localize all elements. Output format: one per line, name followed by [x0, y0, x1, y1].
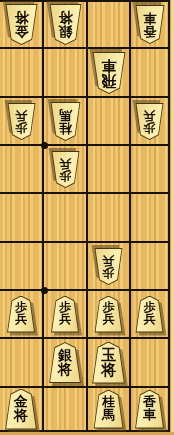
kanji-char: 車 — [143, 12, 156, 25]
board-right-margin — [170, 0, 174, 435]
cell-2d[interactable] — [88, 146, 129, 192]
piece-gote-pawn[interactable]: 歩兵 — [94, 248, 123, 285]
kanji-char: 将 — [101, 363, 116, 378]
kanji-char: 兵 — [144, 314, 156, 326]
piece-sente-gold[interactable]: 金将 — [5, 389, 38, 430]
cell-4e[interactable] — [0, 194, 42, 241]
kanji-char: 兵 — [103, 254, 115, 266]
kanji-char: 兵 — [15, 109, 27, 121]
cell-2c[interactable] — [88, 98, 129, 144]
cell-4d[interactable] — [0, 146, 42, 192]
piece-gote-pawn[interactable]: 歩兵 — [7, 103, 36, 140]
piece-gote-gold[interactable]: 金将 — [5, 4, 38, 45]
cell-4f[interactable] — [0, 243, 42, 289]
kanji-char: 馬 — [59, 108, 72, 121]
piece-gote-lance[interactable]: 香車 — [135, 5, 165, 44]
cell-1b[interactable] — [131, 49, 168, 96]
kanji-char: 将 — [14, 11, 28, 25]
piece-sente-pawn[interactable]: 歩兵 — [135, 296, 164, 333]
kanji-char: 銀 — [58, 25, 72, 39]
cell-3f[interactable] — [44, 243, 86, 289]
piece-gote-pawn[interactable]: 歩兵 — [135, 103, 164, 140]
kanji-char: 金 — [14, 25, 28, 39]
kanji-char: 将 — [58, 363, 72, 377]
cell-2e[interactable] — [88, 194, 129, 241]
cell-1e[interactable] — [131, 194, 168, 241]
cell-3i[interactable] — [44, 388, 86, 430]
kanji-char: 兵 — [59, 157, 71, 169]
piece-sente-pawn[interactable]: 歩兵 — [94, 296, 123, 333]
shogi-app: 金将銀将香車飛車歩兵桂馬歩兵歩兵歩兵歩兵歩兵歩兵歩兵銀将玉将金将桂馬香車 — [0, 0, 174, 435]
piece-kanji: 桂馬 — [94, 391, 123, 428]
cell-4b[interactable] — [0, 49, 42, 96]
piece-sente-lance[interactable]: 香車 — [135, 390, 165, 429]
kanji-char: 兵 — [15, 314, 27, 326]
shogi-board: 金将銀将香車飛車歩兵桂馬歩兵歩兵歩兵歩兵歩兵歩兵歩兵銀将玉将金将桂馬香車 — [0, 0, 174, 435]
piece-gote-knight[interactable]: 桂馬 — [50, 102, 81, 141]
piece-gote-pawn[interactable]: 歩兵 — [51, 151, 80, 188]
piece-gote-rook[interactable]: 飛車 — [92, 52, 126, 94]
kanji-char: 兵 — [103, 314, 115, 326]
piece-kanji: 玉将 — [93, 343, 125, 383]
cell-1d[interactable] — [131, 146, 168, 192]
cell-1f[interactable] — [131, 243, 168, 289]
piece-sente-king[interactable]: 玉将 — [92, 342, 126, 384]
kanji-char: 兵 — [144, 109, 156, 121]
piece-sente-knight[interactable]: 桂馬 — [93, 390, 124, 429]
piece-gote-silver[interactable]: 銀将 — [49, 4, 82, 45]
cell-3b[interactable] — [44, 49, 86, 96]
kanji-char: 将 — [14, 409, 28, 423]
kanji-char: 将 — [58, 11, 72, 25]
kanji-char: 車 — [101, 58, 116, 73]
kanji-char: 馬 — [102, 409, 115, 422]
cell-2a[interactable] — [88, 2, 129, 47]
piece-kanji: 金将 — [6, 390, 37, 429]
kanji-char: 香 — [143, 25, 156, 38]
kanji-char: 車 — [143, 409, 156, 422]
piece-sente-silver[interactable]: 銀将 — [49, 342, 82, 383]
kanji-char: 兵 — [59, 314, 71, 326]
cell-1h[interactable] — [131, 339, 168, 386]
cell-3e[interactable] — [44, 194, 86, 241]
piece-sente-pawn[interactable]: 歩兵 — [51, 296, 80, 333]
cell-4h[interactable] — [0, 339, 42, 386]
piece-sente-pawn[interactable]: 歩兵 — [7, 296, 36, 333]
piece-kanji: 銀将 — [50, 343, 81, 382]
